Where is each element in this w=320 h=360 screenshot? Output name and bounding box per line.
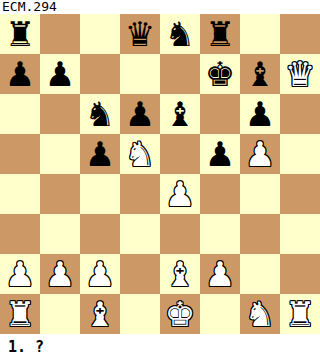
square-g4[interactable]	[240, 174, 280, 214]
square-a1[interactable]: ♜	[0, 294, 40, 334]
square-d7[interactable]	[120, 54, 160, 94]
square-e4[interactable]: ♟	[160, 174, 200, 214]
chess-app-window: ECM.294 ♜♛♞♜♟♟♚♝♛♞♟♝♟♟♞♟♟♟♟♟♟♝♟♜♝♚♞♜ 1. …	[0, 0, 320, 360]
piece-black-rook[interactable]: ♜	[205, 14, 235, 54]
piece-white-knight[interactable]: ♞	[245, 294, 275, 334]
square-g1[interactable]: ♞	[240, 294, 280, 334]
square-d8[interactable]: ♛	[120, 14, 160, 54]
square-c2[interactable]: ♟	[80, 254, 120, 294]
square-a4[interactable]	[0, 174, 40, 214]
square-b3[interactable]	[40, 214, 80, 254]
piece-black-pawn[interactable]: ♟	[125, 94, 155, 134]
square-f3[interactable]	[200, 214, 240, 254]
piece-black-pawn[interactable]: ♟	[205, 134, 235, 174]
piece-white-pawn[interactable]: ♟	[5, 254, 35, 294]
square-a8[interactable]: ♜	[0, 14, 40, 54]
piece-white-king[interactable]: ♚	[165, 294, 195, 334]
square-d3[interactable]	[120, 214, 160, 254]
square-e3[interactable]	[160, 214, 200, 254]
piece-black-knight[interactable]: ♞	[85, 94, 115, 134]
square-h5[interactable]	[280, 134, 320, 174]
piece-white-pawn[interactable]: ♟	[85, 254, 115, 294]
square-b2[interactable]: ♟	[40, 254, 80, 294]
square-a3[interactable]	[0, 214, 40, 254]
square-a5[interactable]	[0, 134, 40, 174]
square-h3[interactable]	[280, 214, 320, 254]
square-c4[interactable]	[80, 174, 120, 214]
square-c6[interactable]: ♞	[80, 94, 120, 134]
square-b8[interactable]	[40, 14, 80, 54]
piece-black-knight[interactable]: ♞	[165, 14, 195, 54]
square-g3[interactable]	[240, 214, 280, 254]
chess-board: ♜♛♞♜♟♟♚♝♛♞♟♝♟♟♞♟♟♟♟♟♟♝♟♜♝♚♞♜	[0, 14, 320, 334]
square-b7[interactable]: ♟	[40, 54, 80, 94]
square-a7[interactable]: ♟	[0, 54, 40, 94]
square-d1[interactable]	[120, 294, 160, 334]
square-g8[interactable]	[240, 14, 280, 54]
square-f8[interactable]: ♜	[200, 14, 240, 54]
piece-black-rook[interactable]: ♜	[5, 14, 35, 54]
square-g6[interactable]: ♟	[240, 94, 280, 134]
piece-black-pawn[interactable]: ♟	[85, 134, 115, 174]
piece-white-rook[interactable]: ♜	[5, 294, 35, 334]
piece-black-pawn[interactable]: ♟	[5, 54, 35, 94]
square-c5[interactable]: ♟	[80, 134, 120, 174]
square-b6[interactable]	[40, 94, 80, 134]
piece-white-queen[interactable]: ♛	[285, 54, 315, 94]
square-f4[interactable]	[200, 174, 240, 214]
piece-black-pawn[interactable]: ♟	[245, 94, 275, 134]
piece-black-bishop[interactable]: ♝	[245, 54, 275, 94]
piece-white-bishop[interactable]: ♝	[85, 294, 115, 334]
square-e8[interactable]: ♞	[160, 14, 200, 54]
piece-white-pawn[interactable]: ♟	[205, 254, 235, 294]
piece-white-pawn[interactable]: ♟	[45, 254, 75, 294]
square-b4[interactable]	[40, 174, 80, 214]
piece-black-bishop[interactable]: ♝	[165, 94, 195, 134]
move-prompt: 1. ?	[0, 334, 320, 360]
square-f5[interactable]: ♟	[200, 134, 240, 174]
square-f1[interactable]	[200, 294, 240, 334]
square-d6[interactable]: ♟	[120, 94, 160, 134]
square-g7[interactable]: ♝	[240, 54, 280, 94]
square-e2[interactable]: ♝	[160, 254, 200, 294]
square-h4[interactable]	[280, 174, 320, 214]
square-d5[interactable]: ♞	[120, 134, 160, 174]
piece-white-pawn[interactable]: ♟	[245, 134, 275, 174]
piece-black-king[interactable]: ♚	[205, 54, 235, 94]
square-c8[interactable]	[80, 14, 120, 54]
square-d2[interactable]	[120, 254, 160, 294]
square-h1[interactable]: ♜	[280, 294, 320, 334]
square-a2[interactable]: ♟	[0, 254, 40, 294]
square-e6[interactable]: ♝	[160, 94, 200, 134]
piece-black-queen[interactable]: ♛	[125, 14, 155, 54]
square-f7[interactable]: ♚	[200, 54, 240, 94]
square-g2[interactable]	[240, 254, 280, 294]
square-b1[interactable]	[40, 294, 80, 334]
piece-white-bishop[interactable]: ♝	[165, 254, 195, 294]
square-f2[interactable]: ♟	[200, 254, 240, 294]
square-e7[interactable]	[160, 54, 200, 94]
square-b5[interactable]	[40, 134, 80, 174]
puzzle-title: ECM.294	[0, 0, 320, 14]
piece-black-pawn[interactable]: ♟	[45, 54, 75, 94]
square-c3[interactable]	[80, 214, 120, 254]
square-h2[interactable]	[280, 254, 320, 294]
square-e1[interactable]: ♚	[160, 294, 200, 334]
square-h8[interactable]	[280, 14, 320, 54]
piece-white-knight[interactable]: ♞	[125, 134, 155, 174]
square-h7[interactable]: ♛	[280, 54, 320, 94]
square-c1[interactable]: ♝	[80, 294, 120, 334]
piece-white-rook[interactable]: ♜	[285, 294, 315, 334]
square-a6[interactable]	[0, 94, 40, 134]
square-d4[interactable]	[120, 174, 160, 214]
piece-white-pawn[interactable]: ♟	[165, 174, 195, 214]
square-f6[interactable]	[200, 94, 240, 134]
square-h6[interactable]	[280, 94, 320, 134]
square-g5[interactable]: ♟	[240, 134, 280, 174]
square-e5[interactable]	[160, 134, 200, 174]
square-c7[interactable]	[80, 54, 120, 94]
